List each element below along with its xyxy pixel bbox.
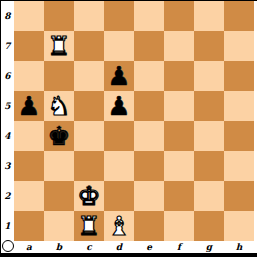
square-b7[interactable]: ♜ (44, 31, 74, 61)
square-d7[interactable] (104, 31, 134, 61)
square-c4[interactable] (74, 121, 104, 151)
square-e6[interactable] (134, 61, 164, 91)
white-king-c2[interactable]: ♚ (77, 181, 100, 211)
rank-label-4: 4 (1, 121, 14, 151)
black-king-b4[interactable]: ♚ (47, 121, 70, 151)
square-a5[interactable]: ♟ (14, 91, 44, 121)
square-f5[interactable] (164, 91, 194, 121)
square-d4[interactable] (104, 121, 134, 151)
square-e8[interactable] (134, 1, 164, 31)
chess-diagram: 87654321 ♜♟♟♞♟♚♚♜♝ abcdefgh (0, 0, 257, 257)
file-labels: abcdefgh (14, 241, 254, 253)
square-f8[interactable] (164, 1, 194, 31)
square-b2[interactable] (44, 181, 74, 211)
square-b8[interactable] (44, 1, 74, 31)
rank-label-6: 6 (1, 61, 14, 91)
square-d2[interactable] (104, 181, 134, 211)
square-c7[interactable] (74, 31, 104, 61)
square-e1[interactable] (134, 211, 164, 241)
square-f6[interactable] (164, 61, 194, 91)
rank-label-1: 1 (1, 211, 14, 241)
rank-label-3: 3 (1, 151, 14, 181)
square-a1[interactable] (14, 211, 44, 241)
square-g3[interactable] (194, 151, 224, 181)
black-pawn-a5[interactable]: ♟ (17, 91, 40, 121)
file-label-b: b (44, 241, 74, 253)
file-label-e: e (134, 241, 164, 253)
black-pawn-d5[interactable]: ♟ (107, 91, 130, 121)
square-b4[interactable]: ♚ (44, 121, 74, 151)
square-a4[interactable] (14, 121, 44, 151)
square-d8[interactable] (104, 1, 134, 31)
square-g6[interactable] (194, 61, 224, 91)
square-g2[interactable] (194, 181, 224, 211)
square-g1[interactable] (194, 211, 224, 241)
rank-label-7: 7 (1, 31, 14, 61)
square-c3[interactable] (74, 151, 104, 181)
square-e7[interactable] (134, 31, 164, 61)
square-h5[interactable] (224, 91, 254, 121)
square-f1[interactable] (164, 211, 194, 241)
rank-labels: 87654321 (1, 1, 14, 241)
file-label-f: f (164, 241, 194, 253)
file-label-d: d (104, 241, 134, 253)
square-g4[interactable] (194, 121, 224, 151)
square-h4[interactable] (224, 121, 254, 151)
square-h8[interactable] (224, 1, 254, 31)
square-h1[interactable] (224, 211, 254, 241)
square-a6[interactable] (14, 61, 44, 91)
square-a2[interactable] (14, 181, 44, 211)
rank-label-8: 8 (1, 1, 14, 31)
square-d1[interactable]: ♝ (104, 211, 134, 241)
square-c5[interactable] (74, 91, 104, 121)
square-a3[interactable] (14, 151, 44, 181)
square-c2[interactable]: ♚ (74, 181, 104, 211)
square-h7[interactable] (224, 31, 254, 61)
rank-label-5: 5 (1, 91, 14, 121)
square-e2[interactable] (134, 181, 164, 211)
square-f7[interactable] (164, 31, 194, 61)
square-h2[interactable] (224, 181, 254, 211)
square-d5[interactable]: ♟ (104, 91, 134, 121)
square-f2[interactable] (164, 181, 194, 211)
square-g8[interactable] (194, 1, 224, 31)
file-label-c: c (74, 241, 104, 253)
white-to-move-indicator (2, 240, 14, 252)
square-b6[interactable] (44, 61, 74, 91)
square-h6[interactable] (224, 61, 254, 91)
rank-label-2: 2 (1, 181, 14, 211)
chess-board[interactable]: ♜♟♟♞♟♚♚♜♝ (14, 1, 254, 241)
square-g5[interactable] (194, 91, 224, 121)
black-pawn-d6[interactable]: ♟ (107, 61, 130, 91)
square-a8[interactable] (14, 1, 44, 31)
square-a7[interactable] (14, 31, 44, 61)
square-e3[interactable] (134, 151, 164, 181)
white-knight-b5[interactable]: ♞ (47, 91, 70, 121)
square-c8[interactable] (74, 1, 104, 31)
square-b3[interactable] (44, 151, 74, 181)
square-f3[interactable] (164, 151, 194, 181)
file-label-a: a (14, 241, 44, 253)
square-b5[interactable]: ♞ (44, 91, 74, 121)
file-label-h: h (224, 241, 254, 253)
square-e5[interactable] (134, 91, 164, 121)
square-f4[interactable] (164, 121, 194, 151)
square-h3[interactable] (224, 151, 254, 181)
square-c6[interactable] (74, 61, 104, 91)
square-d3[interactable] (104, 151, 134, 181)
square-e4[interactable] (134, 121, 164, 151)
square-c1[interactable]: ♜ (74, 211, 104, 241)
file-label-g: g (194, 241, 224, 253)
white-rook-b7[interactable]: ♜ (47, 31, 70, 61)
white-bishop-d1[interactable]: ♝ (107, 211, 130, 241)
white-rook-c1[interactable]: ♜ (77, 211, 100, 241)
square-b1[interactable] (44, 211, 74, 241)
square-d6[interactable]: ♟ (104, 61, 134, 91)
square-g7[interactable] (194, 31, 224, 61)
